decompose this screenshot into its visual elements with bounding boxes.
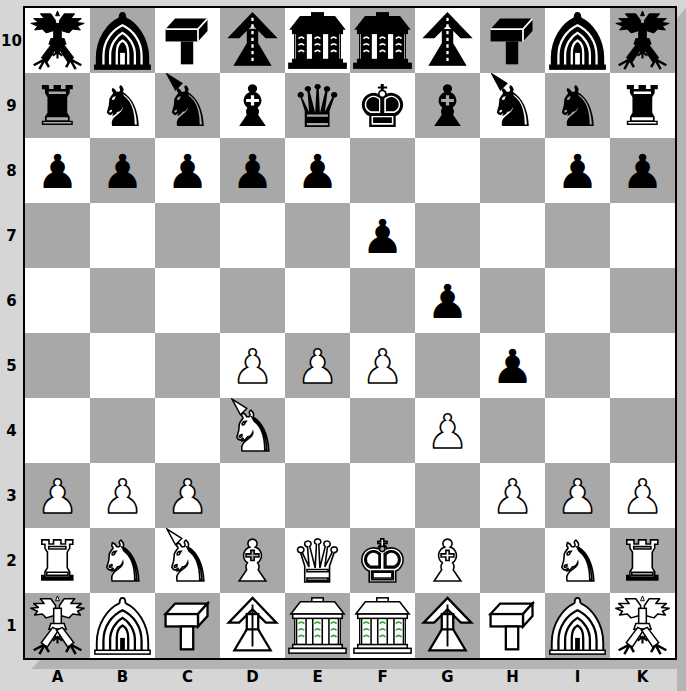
black-arch-icon — [545, 8, 610, 73]
square-i5[interactable] — [545, 333, 610, 398]
square-k8[interactable]: ♟ — [610, 138, 675, 203]
square-g1[interactable] — [415, 593, 480, 658]
file-label-k: K — [610, 664, 675, 690]
square-i8[interactable]: ♟ — [545, 138, 610, 203]
square-g8[interactable] — [415, 138, 480, 203]
square-i9[interactable]: ♞ — [545, 73, 610, 138]
unicorn-horn-icon — [231, 398, 252, 419]
square-a8[interactable]: ♟ — [25, 138, 90, 203]
white-rook-icon: ♜ — [610, 528, 675, 593]
square-k3[interactable]: ♟ — [610, 463, 675, 528]
black-hammer-icon — [155, 8, 220, 73]
white-pawn-icon: ♟ — [285, 333, 350, 398]
black-temple-icon — [285, 8, 350, 73]
square-h2[interactable] — [480, 528, 545, 593]
square-c9[interactable]: ♞ — [155, 73, 220, 138]
white-knight-icon: ♞ — [90, 528, 155, 593]
square-i10[interactable] — [545, 8, 610, 73]
square-d7[interactable] — [220, 203, 285, 268]
rank-label-6: 6 — [0, 268, 23, 333]
square-d9[interactable]: ♝ — [220, 73, 285, 138]
square-f7[interactable]: ♟ — [350, 203, 415, 268]
rank-label-5: 5 — [0, 333, 23, 398]
white-pawn-icon: ♟ — [220, 333, 285, 398]
black-unicorn-icon: ♞ — [480, 73, 545, 138]
square-i7[interactable] — [545, 203, 610, 268]
black-pawn-icon: ♟ — [610, 138, 675, 203]
square-f10[interactable] — [350, 8, 415, 73]
chessboard: ♜♞♞♝♛♚♝♞♞♜♟♟♟♟♟♟♟♟♟♟♟♟♟♞♟♟♟♟♟♟♟♜♞♞♝♛♚♝♞♜ — [25, 8, 675, 658]
square-b7[interactable] — [90, 203, 155, 268]
file-label-g: G — [415, 664, 480, 690]
square-k5[interactable] — [610, 333, 675, 398]
square-f8[interactable] — [350, 138, 415, 203]
square-g3[interactable] — [415, 463, 480, 528]
square-e4[interactable] — [285, 398, 350, 463]
black-pawn-icon: ♟ — [480, 333, 545, 398]
rank-label-4: 4 — [0, 398, 23, 463]
square-h5[interactable]: ♟ — [480, 333, 545, 398]
file-label-d: D — [220, 664, 285, 690]
square-e9[interactable]: ♛ — [285, 73, 350, 138]
black-queen-icon: ♛ — [285, 73, 350, 138]
square-d3[interactable] — [220, 463, 285, 528]
square-f1[interactable] — [350, 593, 415, 658]
square-e3[interactable] — [285, 463, 350, 528]
file-labels: ABCDEFGHIK — [25, 664, 675, 690]
white-eagle-icon — [610, 593, 675, 658]
square-i2[interactable]: ♞ — [545, 528, 610, 593]
square-c10[interactable] — [155, 8, 220, 73]
square-b9[interactable]: ♞ — [90, 73, 155, 138]
square-i3[interactable]: ♟ — [545, 463, 610, 528]
square-g10[interactable] — [415, 8, 480, 73]
square-b4[interactable] — [90, 398, 155, 463]
square-e5[interactable]: ♟ — [285, 333, 350, 398]
square-i4[interactable] — [545, 398, 610, 463]
square-b3[interactable]: ♟ — [90, 463, 155, 528]
black-eagle-icon — [25, 8, 90, 73]
white-eagle-icon — [25, 593, 90, 658]
white-hammer-icon — [155, 593, 220, 658]
square-f2[interactable]: ♚ — [350, 528, 415, 593]
square-a9[interactable]: ♜ — [25, 73, 90, 138]
board-frame: ♜♞♞♝♛♚♝♞♞♜♟♟♟♟♟♟♟♟♟♟♟♟♟♞♟♟♟♟♟♟♟♜♞♞♝♛♚♝♞♜ — [23, 6, 677, 660]
square-h1[interactable] — [480, 593, 545, 658]
square-e2[interactable]: ♛ — [285, 528, 350, 593]
square-g7[interactable] — [415, 203, 480, 268]
black-pawn-icon: ♟ — [285, 138, 350, 203]
square-b2[interactable]: ♞ — [90, 528, 155, 593]
black-pawn-icon: ♟ — [415, 268, 480, 333]
square-a1[interactable] — [25, 593, 90, 658]
square-b6[interactable] — [90, 268, 155, 333]
black-hammer-icon — [480, 8, 545, 73]
black-knight-icon: ♞ — [545, 73, 610, 138]
file-label-c: C — [155, 664, 220, 690]
square-a4[interactable] — [25, 398, 90, 463]
black-arrow-icon — [220, 8, 285, 73]
white-pawn-icon: ♟ — [350, 333, 415, 398]
black-arrow-icon — [415, 8, 480, 73]
rank-labels: 10987654321 — [0, 8, 23, 658]
black-knight-icon: ♞ — [90, 73, 155, 138]
black-rook-icon: ♜ — [610, 73, 675, 138]
black-eagle-icon — [610, 8, 675, 73]
square-h7[interactable] — [480, 203, 545, 268]
file-label-f: F — [350, 664, 415, 690]
square-f5[interactable]: ♟ — [350, 333, 415, 398]
square-k1[interactable] — [610, 593, 675, 658]
square-h4[interactable] — [480, 398, 545, 463]
white-pawn-icon: ♟ — [480, 463, 545, 528]
black-bishop-icon: ♝ — [220, 73, 285, 138]
rank-label-7: 7 — [0, 203, 23, 268]
square-c4[interactable] — [155, 398, 220, 463]
square-f3[interactable] — [350, 463, 415, 528]
white-pawn-icon: ♟ — [415, 398, 480, 463]
white-temple-icon — [350, 593, 415, 658]
white-arch-icon — [545, 593, 610, 658]
square-d1[interactable] — [220, 593, 285, 658]
square-h8[interactable] — [480, 138, 545, 203]
square-b1[interactable] — [90, 593, 155, 658]
square-c1[interactable] — [155, 593, 220, 658]
square-e8[interactable]: ♟ — [285, 138, 350, 203]
square-a10[interactable] — [25, 8, 90, 73]
square-g9[interactable]: ♝ — [415, 73, 480, 138]
square-d5[interactable]: ♟ — [220, 333, 285, 398]
file-label-e: E — [285, 664, 350, 690]
black-unicorn-icon: ♞ — [155, 73, 220, 138]
square-b10[interactable] — [90, 8, 155, 73]
white-pawn-icon: ♟ — [545, 463, 610, 528]
square-f9[interactable]: ♚ — [350, 73, 415, 138]
black-rook-icon: ♜ — [25, 73, 90, 138]
square-i6[interactable] — [545, 268, 610, 333]
square-d6[interactable] — [220, 268, 285, 333]
square-g4[interactable]: ♟ — [415, 398, 480, 463]
black-pawn-icon: ♟ — [155, 138, 220, 203]
black-pawn-icon: ♟ — [220, 138, 285, 203]
square-a3[interactable]: ♟ — [25, 463, 90, 528]
square-k4[interactable] — [610, 398, 675, 463]
black-pawn-icon: ♟ — [545, 138, 610, 203]
rank-label-2: 2 — [0, 528, 23, 593]
black-pawn-icon: ♟ — [25, 138, 90, 203]
rank-label-1: 1 — [0, 593, 23, 658]
white-pawn-icon: ♟ — [610, 463, 675, 528]
square-d10[interactable] — [220, 8, 285, 73]
white-bishop-icon: ♝ — [415, 528, 480, 593]
rank-label-10: 10 — [0, 8, 23, 73]
square-h10[interactable] — [480, 8, 545, 73]
square-e10[interactable] — [285, 8, 350, 73]
rank-label-9: 9 — [0, 73, 23, 138]
square-a5[interactable] — [25, 333, 90, 398]
black-pawn-icon: ♟ — [90, 138, 155, 203]
file-label-h: H — [480, 664, 545, 690]
white-arrow-icon — [220, 593, 285, 658]
white-bishop-icon: ♝ — [220, 528, 285, 593]
unicorn-horn-icon — [491, 73, 512, 94]
square-c7[interactable] — [155, 203, 220, 268]
square-h9[interactable]: ♞ — [480, 73, 545, 138]
square-a6[interactable] — [25, 268, 90, 333]
square-e1[interactable] — [285, 593, 350, 658]
square-h3[interactable]: ♟ — [480, 463, 545, 528]
black-temple-icon — [350, 8, 415, 73]
square-a7[interactable] — [25, 203, 90, 268]
rank-label-8: 8 — [0, 138, 23, 203]
square-c8[interactable]: ♟ — [155, 138, 220, 203]
square-d4[interactable]: ♞ — [220, 398, 285, 463]
white-knight-icon: ♞ — [545, 528, 610, 593]
white-pawn-icon: ♟ — [25, 463, 90, 528]
square-k7[interactable] — [610, 203, 675, 268]
square-c2[interactable]: ♞ — [155, 528, 220, 593]
square-k2[interactable]: ♜ — [610, 528, 675, 593]
black-pawn-icon: ♟ — [350, 203, 415, 268]
square-k9[interactable]: ♜ — [610, 73, 675, 138]
square-d8[interactable]: ♟ — [220, 138, 285, 203]
square-k10[interactable] — [610, 8, 675, 73]
white-hammer-icon — [480, 593, 545, 658]
square-d2[interactable]: ♝ — [220, 528, 285, 593]
square-c3[interactable]: ♟ — [155, 463, 220, 528]
square-f4[interactable] — [350, 398, 415, 463]
file-label-a: A — [25, 664, 90, 690]
board-shadow-right — [677, 8, 686, 691]
square-g2[interactable]: ♝ — [415, 528, 480, 593]
unicorn-horn-icon — [166, 528, 187, 549]
white-unicorn-icon: ♞ — [220, 398, 285, 463]
white-arch-icon — [90, 593, 155, 658]
square-b8[interactable]: ♟ — [90, 138, 155, 203]
black-bishop-icon: ♝ — [415, 73, 480, 138]
square-i1[interactable] — [545, 593, 610, 658]
square-k6[interactable] — [610, 268, 675, 333]
square-a2[interactable]: ♜ — [25, 528, 90, 593]
unicorn-horn-icon — [166, 73, 187, 94]
black-arch-icon — [90, 8, 155, 73]
white-queen-icon: ♛ — [285, 528, 350, 593]
square-h6[interactable] — [480, 268, 545, 333]
square-g5[interactable] — [415, 333, 480, 398]
white-king-icon: ♚ — [350, 528, 415, 593]
square-e7[interactable] — [285, 203, 350, 268]
square-e6[interactable] — [285, 268, 350, 333]
white-pawn-icon: ♟ — [90, 463, 155, 528]
white-rook-icon: ♜ — [25, 528, 90, 593]
white-arrow-icon — [415, 593, 480, 658]
white-temple-icon — [285, 593, 350, 658]
square-b5[interactable] — [90, 333, 155, 398]
file-label-b: B — [90, 664, 155, 690]
square-g6[interactable]: ♟ — [415, 268, 480, 333]
square-c6[interactable] — [155, 268, 220, 333]
square-f6[interactable] — [350, 268, 415, 333]
rank-label-3: 3 — [0, 463, 23, 528]
file-label-i: I — [545, 664, 610, 690]
black-king-icon: ♚ — [350, 73, 415, 138]
white-pawn-icon: ♟ — [155, 463, 220, 528]
white-unicorn-icon: ♞ — [155, 528, 220, 593]
square-c5[interactable] — [155, 333, 220, 398]
